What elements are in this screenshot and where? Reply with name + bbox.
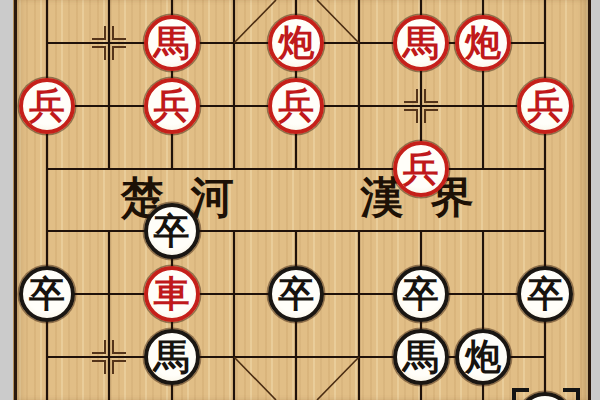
piece-character: 兵 [29,87,65,123]
river-label: 河 [191,176,234,219]
piece-character: 馬 [403,338,439,374]
board-frame-left [14,0,17,400]
red-piece-兵[interactable]: 兵 [393,141,449,197]
piece-character: 馬 [403,24,439,60]
point-marker [404,89,438,123]
red-piece-車[interactable]: 車 [144,266,200,322]
piece-character: 兵 [278,87,314,123]
window-edge-right [591,0,600,400]
point-marker [92,26,126,60]
selected-point-brackets [512,388,580,400]
piece-character: 兵 [154,87,190,123]
piece-character: 馬 [154,24,190,60]
red-piece-兵[interactable]: 兵 [144,78,200,134]
xiangqi-board[interactable]: 楚河漢界 馬炮馬炮兵兵兵兵兵卒卒車卒卒卒馬馬炮 [0,0,600,400]
piece-character: 炮 [278,24,314,60]
red-piece-兵[interactable]: 兵 [19,78,75,134]
black-piece-卒[interactable]: 卒 [268,266,324,322]
black-piece-炮[interactable]: 炮 [455,329,511,385]
piece-character: 炮 [465,24,501,60]
piece-character: 卒 [527,275,563,311]
window-edge-left [0,0,13,400]
piece-character: 兵 [403,150,439,186]
piece-character: 卒 [154,212,190,248]
red-piece-馬[interactable]: 馬 [393,15,449,71]
red-piece-馬[interactable]: 馬 [144,15,200,71]
black-piece-卒[interactable]: 卒 [393,266,449,322]
piece-character: 兵 [527,87,563,123]
black-piece-馬[interactable]: 馬 [393,329,449,385]
piece-character: 卒 [403,275,439,311]
red-piece-炮[interactable]: 炮 [455,15,511,71]
point-marker [92,340,126,374]
piece-character: 馬 [154,338,190,374]
piece-character: 車 [154,275,190,311]
red-piece-兵[interactable]: 兵 [517,78,573,134]
black-piece-卒[interactable]: 卒 [144,203,200,259]
piece-character: 炮 [465,338,501,374]
piece-character: 卒 [278,275,314,311]
red-piece-炮[interactable]: 炮 [268,15,324,71]
piece-character: 卒 [29,275,65,311]
black-piece-馬[interactable]: 馬 [144,329,200,385]
black-piece-卒[interactable]: 卒 [19,266,75,322]
red-piece-兵[interactable]: 兵 [268,78,324,134]
